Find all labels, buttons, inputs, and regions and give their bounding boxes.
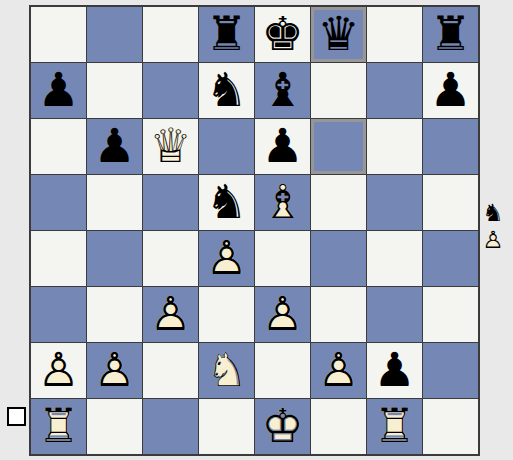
black-rook[interactable]: ♜ — [199, 7, 254, 62]
square-f2[interactable]: ♟♙ — [311, 343, 366, 398]
square-c7[interactable] — [143, 63, 198, 118]
square-a4[interactable] — [31, 231, 86, 286]
square-h6[interactable] — [423, 119, 478, 174]
square-e1[interactable]: ♚♔ — [255, 399, 310, 454]
square-g8[interactable] — [367, 7, 422, 62]
square-a7[interactable]: ♟ — [31, 63, 86, 118]
black-rook[interactable]: ♜ — [423, 7, 478, 62]
square-d8[interactable]: ♜ — [199, 7, 254, 62]
square-b8[interactable] — [87, 7, 142, 62]
white-rook-outline-glyph: ♖ — [367, 399, 422, 454]
black-king[interactable]: ♚ — [255, 7, 310, 62]
square-a5[interactable] — [31, 175, 86, 230]
square-g3[interactable] — [367, 287, 422, 342]
white-pawn[interactable]: ♟♙ — [199, 231, 254, 286]
white-knight[interactable]: ♞♘ — [199, 343, 254, 398]
chess-board: ♜♚♛♜♟♞♝♟♟♛♕♟♞♝♗♟♙♟♙♟♙♟♙♟♙♞♘♟♙♟♜♖♚♔♜♖ — [29, 5, 480, 456]
white-to-move-indicator — [7, 407, 26, 426]
white-rook[interactable]: ♜♖ — [367, 399, 422, 454]
black-pawn[interactable]: ♟ — [31, 63, 86, 118]
black-knight-glyph: ♞ — [199, 175, 254, 230]
black-pawn-glyph: ♟ — [87, 119, 142, 174]
square-f3[interactable] — [311, 287, 366, 342]
square-a1[interactable]: ♜♖ — [31, 399, 86, 454]
white-pawn-outline-glyph: ♙ — [481, 227, 505, 253]
square-e4[interactable] — [255, 231, 310, 286]
black-pawn-glyph: ♟ — [423, 63, 478, 118]
black-pawn[interactable]: ♟ — [87, 119, 142, 174]
square-e7[interactable]: ♝ — [255, 63, 310, 118]
square-a2[interactable]: ♟♙ — [31, 343, 86, 398]
white-pawn-outline-glyph: ♙ — [311, 343, 366, 398]
square-h5[interactable] — [423, 175, 478, 230]
square-e5[interactable]: ♝♗ — [255, 175, 310, 230]
captured-white-pawn: ♟♙ — [481, 227, 505, 253]
white-pawn-outline-glyph: ♙ — [143, 287, 198, 342]
black-pawn-glyph: ♟ — [367, 343, 422, 398]
white-queen-outline-glyph: ♕ — [143, 119, 198, 174]
white-pawn-outline-glyph: ♙ — [255, 287, 310, 342]
square-e2[interactable] — [255, 343, 310, 398]
square-b6[interactable]: ♟ — [87, 119, 142, 174]
square-d6[interactable] — [199, 119, 254, 174]
square-c2[interactable] — [143, 343, 198, 398]
square-d5[interactable]: ♞ — [199, 175, 254, 230]
black-pawn-glyph: ♟ — [31, 63, 86, 118]
square-f5[interactable] — [311, 175, 366, 230]
square-a3[interactable] — [31, 287, 86, 342]
white-king-outline-glyph: ♔ — [255, 399, 310, 454]
square-e3[interactable]: ♟♙ — [255, 287, 310, 342]
white-pawn[interactable]: ♟♙ — [311, 343, 366, 398]
black-knight-glyph: ♞ — [481, 200, 505, 226]
black-queen[interactable]: ♛ — [311, 7, 366, 62]
black-pawn[interactable]: ♟ — [255, 119, 310, 174]
square-a8[interactable] — [31, 7, 86, 62]
square-c3[interactable]: ♟♙ — [143, 287, 198, 342]
white-rook[interactable]: ♜♖ — [31, 399, 86, 454]
black-bishop-glyph: ♝ — [255, 63, 310, 118]
white-pawn[interactable]: ♟♙ — [87, 343, 142, 398]
square-g2[interactable]: ♟ — [367, 343, 422, 398]
square-h8[interactable]: ♜ — [423, 7, 478, 62]
square-g4[interactable] — [367, 231, 422, 286]
black-queen-glyph: ♛ — [311, 7, 366, 62]
square-b3[interactable] — [87, 287, 142, 342]
chess-app-window: ♜♚♛♜♟♞♝♟♟♛♕♟♞♝♗♟♙♟♙♟♙♟♙♟♙♞♘♟♙♟♜♖♚♔♜♖ ♞♟♙ — [0, 0, 513, 460]
square-h4[interactable] — [423, 231, 478, 286]
square-d7[interactable]: ♞ — [199, 63, 254, 118]
square-f7[interactable] — [311, 63, 366, 118]
square-d4[interactable]: ♟♙ — [199, 231, 254, 286]
white-pawn[interactable]: ♟♙ — [31, 343, 86, 398]
black-knight[interactable]: ♞ — [199, 63, 254, 118]
black-pawn-glyph: ♟ — [255, 119, 310, 174]
white-pawn[interactable]: ♟♙ — [255, 287, 310, 342]
square-b7[interactable] — [87, 63, 142, 118]
black-pawn[interactable]: ♟ — [423, 63, 478, 118]
square-b1[interactable] — [87, 399, 142, 454]
white-pawn-outline-glyph: ♙ — [87, 343, 142, 398]
square-f1[interactable] — [311, 399, 366, 454]
square-g6[interactable] — [367, 119, 422, 174]
square-e8[interactable]: ♚ — [255, 7, 310, 62]
square-g7[interactable] — [367, 63, 422, 118]
square-f8[interactable]: ♛ — [311, 7, 366, 62]
white-rook-outline-glyph: ♖ — [31, 399, 86, 454]
white-queen[interactable]: ♛♕ — [143, 119, 198, 174]
black-rook-glyph: ♜ — [199, 7, 254, 62]
black-rook-glyph: ♜ — [423, 7, 478, 62]
square-d2[interactable]: ♞♘ — [199, 343, 254, 398]
white-pawn[interactable]: ♟♙ — [143, 287, 198, 342]
white-bishop-outline-glyph: ♗ — [255, 175, 310, 230]
square-e6[interactable]: ♟ — [255, 119, 310, 174]
captured-black-knight: ♞ — [481, 200, 505, 226]
square-h7[interactable]: ♟ — [423, 63, 478, 118]
square-c1[interactable] — [143, 399, 198, 454]
square-g1[interactable]: ♜♖ — [367, 399, 422, 454]
square-f6[interactable] — [311, 119, 366, 174]
square-a6[interactable] — [31, 119, 86, 174]
square-c5[interactable] — [143, 175, 198, 230]
square-b4[interactable] — [87, 231, 142, 286]
white-pawn-outline-glyph: ♙ — [31, 343, 86, 398]
square-h2[interactable] — [423, 343, 478, 398]
white-knight-outline-glyph: ♘ — [199, 343, 254, 398]
black-knight-glyph: ♞ — [199, 63, 254, 118]
white-pawn-outline-glyph: ♙ — [199, 231, 254, 286]
captured-pieces-tray: ♞♟♙ — [481, 200, 505, 253]
square-c6[interactable]: ♛♕ — [143, 119, 198, 174]
black-pawn[interactable]: ♟ — [367, 343, 422, 398]
square-c8[interactable] — [143, 7, 198, 62]
white-king[interactable]: ♚♔ — [255, 399, 310, 454]
square-c4[interactable] — [143, 231, 198, 286]
square-b2[interactable]: ♟♙ — [87, 343, 142, 398]
square-f4[interactable] — [311, 231, 366, 286]
white-bishop[interactable]: ♝♗ — [255, 175, 310, 230]
black-bishop[interactable]: ♝ — [255, 63, 310, 118]
square-b5[interactable] — [87, 175, 142, 230]
black-king-glyph: ♚ — [255, 7, 310, 62]
square-h1[interactable] — [423, 399, 478, 454]
square-d3[interactable] — [199, 287, 254, 342]
square-h3[interactable] — [423, 287, 478, 342]
square-g5[interactable] — [367, 175, 422, 230]
square-d1[interactable] — [199, 399, 254, 454]
black-knight[interactable]: ♞ — [199, 175, 254, 230]
